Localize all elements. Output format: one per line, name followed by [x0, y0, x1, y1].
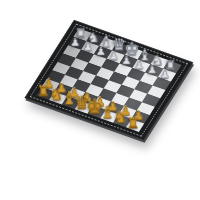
- square-grid: [36, 28, 181, 132]
- chess-board: ♜♞♝♛♚♝♞♜♟♟♟♟♟♟♟♟♟♟♟♟♟♟♟♟♜♞♝♛♚♝♞♜: [25, 20, 194, 140]
- chess-set-photo: ♜♞♝♛♚♝♞♜♟♟♟♟♟♟♟♟♟♟♟♟♟♟♟♟♜♞♝♛♚♝♞♜: [0, 0, 200, 200]
- playing-area: ♜♞♝♛♚♝♞♜♟♟♟♟♟♟♟♟♟♟♟♟♟♟♟♟♜♞♝♛♚♝♞♜: [36, 28, 181, 132]
